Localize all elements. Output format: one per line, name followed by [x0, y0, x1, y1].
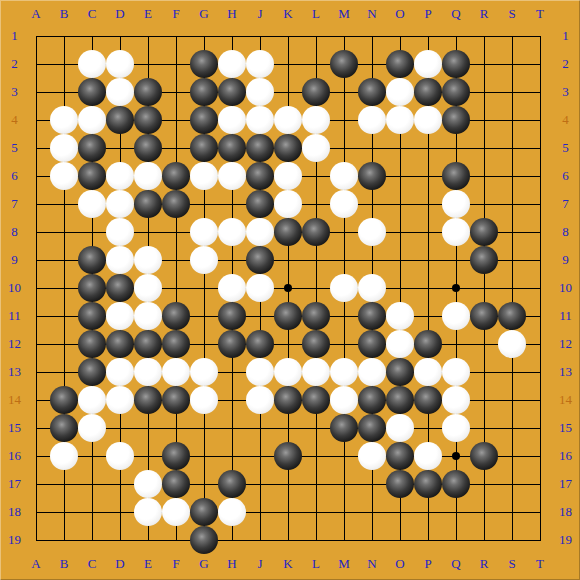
intersection-H16[interactable]	[218, 442, 246, 470]
intersection-N8[interactable]	[358, 218, 386, 246]
intersection-H6[interactable]	[218, 162, 246, 190]
intersection-R9[interactable]	[470, 246, 498, 274]
intersection-M2[interactable]	[330, 50, 358, 78]
intersection-M15[interactable]	[330, 414, 358, 442]
intersection-G11[interactable]	[190, 302, 218, 330]
intersection-F14[interactable]	[162, 386, 190, 414]
intersection-Q2[interactable]	[442, 50, 470, 78]
intersection-C18[interactable]	[78, 498, 106, 526]
intersection-B6[interactable]	[50, 162, 78, 190]
intersection-P9[interactable]	[414, 246, 442, 274]
intersection-K7[interactable]	[274, 190, 302, 218]
intersection-O7[interactable]	[386, 190, 414, 218]
intersection-R7[interactable]	[470, 190, 498, 218]
intersection-F2[interactable]	[162, 50, 190, 78]
intersection-H14[interactable]	[218, 386, 246, 414]
intersection-O8[interactable]	[386, 218, 414, 246]
intersection-R17[interactable]	[470, 470, 498, 498]
intersection-K11[interactable]	[274, 302, 302, 330]
intersection-L12[interactable]	[302, 330, 330, 358]
intersection-E18[interactable]	[134, 498, 162, 526]
intersection-T2[interactable]	[526, 50, 554, 78]
intersection-B18[interactable]	[50, 498, 78, 526]
intersection-R18[interactable]	[470, 498, 498, 526]
intersection-E14[interactable]	[134, 386, 162, 414]
intersection-C6[interactable]	[78, 162, 106, 190]
intersection-J2[interactable]	[246, 50, 274, 78]
intersection-N13[interactable]	[358, 358, 386, 386]
intersection-N10[interactable]	[358, 274, 386, 302]
intersection-D5[interactable]	[106, 134, 134, 162]
intersection-C12[interactable]	[78, 330, 106, 358]
intersection-E8[interactable]	[134, 218, 162, 246]
intersection-O2[interactable]	[386, 50, 414, 78]
intersection-G12[interactable]	[190, 330, 218, 358]
intersection-O5[interactable]	[386, 134, 414, 162]
intersection-J19[interactable]	[246, 526, 274, 554]
intersection-S4[interactable]	[498, 106, 526, 134]
intersection-S16[interactable]	[498, 442, 526, 470]
intersection-B2[interactable]	[50, 50, 78, 78]
intersection-R5[interactable]	[470, 134, 498, 162]
intersection-R3[interactable]	[470, 78, 498, 106]
intersection-T15[interactable]	[526, 414, 554, 442]
intersection-S15[interactable]	[498, 414, 526, 442]
intersection-P15[interactable]	[414, 414, 442, 442]
intersection-O11[interactable]	[386, 302, 414, 330]
intersection-D16[interactable]	[106, 442, 134, 470]
intersection-K13[interactable]	[274, 358, 302, 386]
intersection-N15[interactable]	[358, 414, 386, 442]
intersection-D18[interactable]	[106, 498, 134, 526]
intersection-F9[interactable]	[162, 246, 190, 274]
intersection-L3[interactable]	[302, 78, 330, 106]
intersection-P18[interactable]	[414, 498, 442, 526]
intersection-M19[interactable]	[330, 526, 358, 554]
intersection-L6[interactable]	[302, 162, 330, 190]
intersection-B17[interactable]	[50, 470, 78, 498]
intersection-H11[interactable]	[218, 302, 246, 330]
intersection-N3[interactable]	[358, 78, 386, 106]
intersection-S17[interactable]	[498, 470, 526, 498]
intersection-T5[interactable]	[526, 134, 554, 162]
intersection-C7[interactable]	[78, 190, 106, 218]
intersection-S2[interactable]	[498, 50, 526, 78]
intersection-J12[interactable]	[246, 330, 274, 358]
intersection-Q10[interactable]	[442, 274, 470, 302]
intersection-Q17[interactable]	[442, 470, 470, 498]
intersection-E3[interactable]	[134, 78, 162, 106]
intersection-H8[interactable]	[218, 218, 246, 246]
intersection-B14[interactable]	[50, 386, 78, 414]
intersection-J4[interactable]	[246, 106, 274, 134]
intersection-K2[interactable]	[274, 50, 302, 78]
intersection-H15[interactable]	[218, 414, 246, 442]
intersection-B19[interactable]	[50, 526, 78, 554]
intersection-D9[interactable]	[106, 246, 134, 274]
intersection-K10[interactable]	[274, 274, 302, 302]
intersection-T10[interactable]	[526, 274, 554, 302]
intersection-J10[interactable]	[246, 274, 274, 302]
intersection-P6[interactable]	[414, 162, 442, 190]
intersection-D3[interactable]	[106, 78, 134, 106]
intersection-N17[interactable]	[358, 470, 386, 498]
intersection-S14[interactable]	[498, 386, 526, 414]
intersection-F16[interactable]	[162, 442, 190, 470]
intersection-H13[interactable]	[218, 358, 246, 386]
intersection-F17[interactable]	[162, 470, 190, 498]
intersection-O13[interactable]	[386, 358, 414, 386]
intersection-R10[interactable]	[470, 274, 498, 302]
intersection-O6[interactable]	[386, 162, 414, 190]
intersection-S19[interactable]	[498, 526, 526, 554]
intersection-M18[interactable]	[330, 498, 358, 526]
intersection-D8[interactable]	[106, 218, 134, 246]
intersection-N14[interactable]	[358, 386, 386, 414]
intersection-Q4[interactable]	[442, 106, 470, 134]
intersection-G3[interactable]	[190, 78, 218, 106]
intersection-E15[interactable]	[134, 414, 162, 442]
intersection-P8[interactable]	[414, 218, 442, 246]
intersection-P14[interactable]	[414, 386, 442, 414]
intersection-M10[interactable]	[330, 274, 358, 302]
intersection-N11[interactable]	[358, 302, 386, 330]
intersection-C5[interactable]	[78, 134, 106, 162]
intersection-T18[interactable]	[526, 498, 554, 526]
intersection-B16[interactable]	[50, 442, 78, 470]
intersection-L2[interactable]	[302, 50, 330, 78]
intersection-P2[interactable]	[414, 50, 442, 78]
intersection-M5[interactable]	[330, 134, 358, 162]
intersection-N19[interactable]	[358, 526, 386, 554]
intersection-M6[interactable]	[330, 162, 358, 190]
intersection-D6[interactable]	[106, 162, 134, 190]
intersection-S8[interactable]	[498, 218, 526, 246]
intersection-D15[interactable]	[106, 414, 134, 442]
intersection-L8[interactable]	[302, 218, 330, 246]
intersection-J7[interactable]	[246, 190, 274, 218]
intersection-F19[interactable]	[162, 526, 190, 554]
intersection-T8[interactable]	[526, 218, 554, 246]
intersection-C4[interactable]	[78, 106, 106, 134]
intersection-P11[interactable]	[414, 302, 442, 330]
intersection-M14[interactable]	[330, 386, 358, 414]
intersection-O19[interactable]	[386, 526, 414, 554]
intersection-L15[interactable]	[302, 414, 330, 442]
intersection-L7[interactable]	[302, 190, 330, 218]
intersection-K8[interactable]	[274, 218, 302, 246]
intersection-Q19[interactable]	[442, 526, 470, 554]
intersection-M17[interactable]	[330, 470, 358, 498]
intersection-T4[interactable]	[526, 106, 554, 134]
intersection-M11[interactable]	[330, 302, 358, 330]
intersection-K14[interactable]	[274, 386, 302, 414]
intersection-N6[interactable]	[358, 162, 386, 190]
intersection-T12[interactable]	[526, 330, 554, 358]
intersection-F4[interactable]	[162, 106, 190, 134]
intersection-H12[interactable]	[218, 330, 246, 358]
intersection-Q5[interactable]	[442, 134, 470, 162]
intersection-O12[interactable]	[386, 330, 414, 358]
intersection-P13[interactable]	[414, 358, 442, 386]
intersection-B7[interactable]	[50, 190, 78, 218]
intersection-E4[interactable]	[134, 106, 162, 134]
intersection-Q11[interactable]	[442, 302, 470, 330]
intersection-J3[interactable]	[246, 78, 274, 106]
intersection-F5[interactable]	[162, 134, 190, 162]
intersection-S7[interactable]	[498, 190, 526, 218]
intersection-Q13[interactable]	[442, 358, 470, 386]
intersection-D14[interactable]	[106, 386, 134, 414]
intersection-R11[interactable]	[470, 302, 498, 330]
intersection-C13[interactable]	[78, 358, 106, 386]
intersection-S6[interactable]	[498, 162, 526, 190]
intersection-S13[interactable]	[498, 358, 526, 386]
intersection-N4[interactable]	[358, 106, 386, 134]
intersection-J13[interactable]	[246, 358, 274, 386]
intersection-P17[interactable]	[414, 470, 442, 498]
intersection-F8[interactable]	[162, 218, 190, 246]
intersection-Q18[interactable]	[442, 498, 470, 526]
intersection-R19[interactable]	[470, 526, 498, 554]
intersection-S12[interactable]	[498, 330, 526, 358]
intersection-T6[interactable]	[526, 162, 554, 190]
intersection-D11[interactable]	[106, 302, 134, 330]
intersection-F3[interactable]	[162, 78, 190, 106]
intersection-T17[interactable]	[526, 470, 554, 498]
intersection-P19[interactable]	[414, 526, 442, 554]
intersection-T13[interactable]	[526, 358, 554, 386]
intersection-J17[interactable]	[246, 470, 274, 498]
intersection-P7[interactable]	[414, 190, 442, 218]
intersection-N7[interactable]	[358, 190, 386, 218]
intersection-B11[interactable]	[50, 302, 78, 330]
intersection-B3[interactable]	[50, 78, 78, 106]
intersection-F15[interactable]	[162, 414, 190, 442]
intersection-M4[interactable]	[330, 106, 358, 134]
intersection-J6[interactable]	[246, 162, 274, 190]
intersection-G10[interactable]	[190, 274, 218, 302]
intersection-M12[interactable]	[330, 330, 358, 358]
intersection-K15[interactable]	[274, 414, 302, 442]
intersection-K12[interactable]	[274, 330, 302, 358]
intersection-P16[interactable]	[414, 442, 442, 470]
intersection-C9[interactable]	[78, 246, 106, 274]
intersection-G15[interactable]	[190, 414, 218, 442]
intersection-F6[interactable]	[162, 162, 190, 190]
intersection-E11[interactable]	[134, 302, 162, 330]
intersection-Q7[interactable]	[442, 190, 470, 218]
intersection-Q8[interactable]	[442, 218, 470, 246]
intersection-G5[interactable]	[190, 134, 218, 162]
intersection-B5[interactable]	[50, 134, 78, 162]
intersection-F10[interactable]	[162, 274, 190, 302]
intersection-M8[interactable]	[330, 218, 358, 246]
intersection-H2[interactable]	[218, 50, 246, 78]
intersection-R12[interactable]	[470, 330, 498, 358]
intersection-S11[interactable]	[498, 302, 526, 330]
intersection-E13[interactable]	[134, 358, 162, 386]
intersection-P12[interactable]	[414, 330, 442, 358]
intersection-B12[interactable]	[50, 330, 78, 358]
intersection-N2[interactable]	[358, 50, 386, 78]
intersection-L17[interactable]	[302, 470, 330, 498]
intersection-K4[interactable]	[274, 106, 302, 134]
intersection-R4[interactable]	[470, 106, 498, 134]
intersection-C8[interactable]	[78, 218, 106, 246]
intersection-O15[interactable]	[386, 414, 414, 442]
intersection-G14[interactable]	[190, 386, 218, 414]
intersection-D19[interactable]	[106, 526, 134, 554]
intersection-Q12[interactable]	[442, 330, 470, 358]
intersection-K5[interactable]	[274, 134, 302, 162]
intersection-O17[interactable]	[386, 470, 414, 498]
intersection-L14[interactable]	[302, 386, 330, 414]
intersection-R15[interactable]	[470, 414, 498, 442]
intersection-H18[interactable]	[218, 498, 246, 526]
intersection-C3[interactable]	[78, 78, 106, 106]
intersection-C10[interactable]	[78, 274, 106, 302]
intersection-B15[interactable]	[50, 414, 78, 442]
intersection-C19[interactable]	[78, 526, 106, 554]
intersection-L9[interactable]	[302, 246, 330, 274]
intersection-N16[interactable]	[358, 442, 386, 470]
intersection-E10[interactable]	[134, 274, 162, 302]
intersection-G16[interactable]	[190, 442, 218, 470]
intersection-T11[interactable]	[526, 302, 554, 330]
intersection-D4[interactable]	[106, 106, 134, 134]
intersection-G9[interactable]	[190, 246, 218, 274]
intersection-C11[interactable]	[78, 302, 106, 330]
intersection-J11[interactable]	[246, 302, 274, 330]
intersection-F13[interactable]	[162, 358, 190, 386]
intersection-P5[interactable]	[414, 134, 442, 162]
intersection-J5[interactable]	[246, 134, 274, 162]
intersection-J15[interactable]	[246, 414, 274, 442]
intersection-F7[interactable]	[162, 190, 190, 218]
intersection-E6[interactable]	[134, 162, 162, 190]
intersection-M9[interactable]	[330, 246, 358, 274]
intersection-D2[interactable]	[106, 50, 134, 78]
intersection-N12[interactable]	[358, 330, 386, 358]
intersection-T14[interactable]	[526, 386, 554, 414]
intersection-O9[interactable]	[386, 246, 414, 274]
intersection-K17[interactable]	[274, 470, 302, 498]
intersection-H5[interactable]	[218, 134, 246, 162]
intersection-Q15[interactable]	[442, 414, 470, 442]
intersection-S10[interactable]	[498, 274, 526, 302]
intersection-L18[interactable]	[302, 498, 330, 526]
intersection-G6[interactable]	[190, 162, 218, 190]
intersection-E19[interactable]	[134, 526, 162, 554]
intersection-E17[interactable]	[134, 470, 162, 498]
intersection-K16[interactable]	[274, 442, 302, 470]
intersection-K9[interactable]	[274, 246, 302, 274]
intersection-H10[interactable]	[218, 274, 246, 302]
intersection-D7[interactable]	[106, 190, 134, 218]
intersection-M13[interactable]	[330, 358, 358, 386]
intersection-R14[interactable]	[470, 386, 498, 414]
intersection-B8[interactable]	[50, 218, 78, 246]
intersection-H19[interactable]	[218, 526, 246, 554]
intersection-T3[interactable]	[526, 78, 554, 106]
intersection-Q9[interactable]	[442, 246, 470, 274]
intersection-G13[interactable]	[190, 358, 218, 386]
intersection-D17[interactable]	[106, 470, 134, 498]
intersection-J16[interactable]	[246, 442, 274, 470]
intersection-O4[interactable]	[386, 106, 414, 134]
intersection-R2[interactable]	[470, 50, 498, 78]
intersection-L10[interactable]	[302, 274, 330, 302]
intersection-G7[interactable]	[190, 190, 218, 218]
intersection-E7[interactable]	[134, 190, 162, 218]
intersection-E16[interactable]	[134, 442, 162, 470]
intersection-B4[interactable]	[50, 106, 78, 134]
intersection-J14[interactable]	[246, 386, 274, 414]
intersection-G17[interactable]	[190, 470, 218, 498]
intersection-B13[interactable]	[50, 358, 78, 386]
intersection-E12[interactable]	[134, 330, 162, 358]
intersection-B9[interactable]	[50, 246, 78, 274]
intersection-Q14[interactable]	[442, 386, 470, 414]
intersection-C14[interactable]	[78, 386, 106, 414]
intersection-H7[interactable]	[218, 190, 246, 218]
intersection-G2[interactable]	[190, 50, 218, 78]
intersection-G19[interactable]	[190, 526, 218, 554]
intersection-M16[interactable]	[330, 442, 358, 470]
intersection-E9[interactable]	[134, 246, 162, 274]
intersection-S5[interactable]	[498, 134, 526, 162]
intersection-T16[interactable]	[526, 442, 554, 470]
intersection-O18[interactable]	[386, 498, 414, 526]
intersection-N9[interactable]	[358, 246, 386, 274]
intersection-T7[interactable]	[526, 190, 554, 218]
intersection-G18[interactable]	[190, 498, 218, 526]
intersection-T19[interactable]	[526, 526, 554, 554]
intersection-T9[interactable]	[526, 246, 554, 274]
intersection-M3[interactable]	[330, 78, 358, 106]
intersection-Q6[interactable]	[442, 162, 470, 190]
intersection-R16[interactable]	[470, 442, 498, 470]
intersection-P4[interactable]	[414, 106, 442, 134]
intersection-M7[interactable]	[330, 190, 358, 218]
intersection-O14[interactable]	[386, 386, 414, 414]
intersection-H3[interactable]	[218, 78, 246, 106]
intersection-C15[interactable]	[78, 414, 106, 442]
intersection-N18[interactable]	[358, 498, 386, 526]
intersection-R13[interactable]	[470, 358, 498, 386]
intersection-G8[interactable]	[190, 218, 218, 246]
intersection-R6[interactable]	[470, 162, 498, 190]
intersection-S18[interactable]	[498, 498, 526, 526]
intersection-D10[interactable]	[106, 274, 134, 302]
intersection-H9[interactable]	[218, 246, 246, 274]
intersection-K18[interactable]	[274, 498, 302, 526]
intersection-E5[interactable]	[134, 134, 162, 162]
intersection-R8[interactable]	[470, 218, 498, 246]
intersection-K6[interactable]	[274, 162, 302, 190]
intersection-F11[interactable]	[162, 302, 190, 330]
intersection-N5[interactable]	[358, 134, 386, 162]
intersection-E2[interactable]	[134, 50, 162, 78]
intersection-P10[interactable]	[414, 274, 442, 302]
intersection-C2[interactable]	[78, 50, 106, 78]
intersection-L13[interactable]	[302, 358, 330, 386]
intersection-G4[interactable]	[190, 106, 218, 134]
intersection-J18[interactable]	[246, 498, 274, 526]
intersection-Q16[interactable]	[442, 442, 470, 470]
intersection-F18[interactable]	[162, 498, 190, 526]
